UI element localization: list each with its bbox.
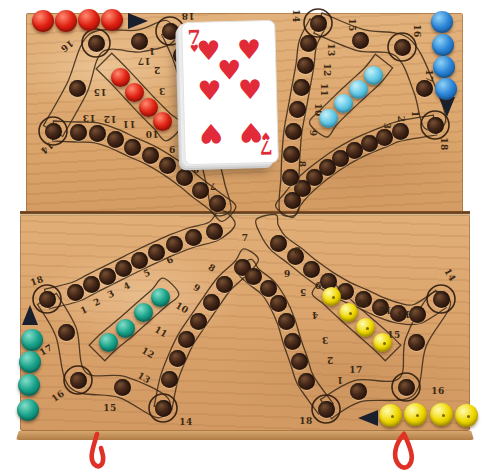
marble-red-start-3[interactable] — [78, 9, 100, 31]
peg-center-dot — [383, 342, 386, 345]
marble-blue-start-1[interactable] — [431, 11, 453, 33]
marble-red-finish-3[interactable] — [139, 98, 158, 117]
marble-red-start-4[interactable] — [101, 9, 123, 31]
marble-yellow-finish-1[interactable] — [322, 287, 341, 306]
heart-pip-icon: ♥ — [198, 118, 223, 150]
marble-green-finish-3[interactable] — [134, 303, 153, 322]
marble-green-start-3[interactable] — [18, 374, 40, 396]
heart-pip-icon: ♥ — [238, 73, 263, 105]
marble-green-start-2[interactable] — [19, 351, 41, 373]
marble-yellow-start-3[interactable] — [430, 403, 453, 426]
marble-yellow-start-1[interactable] — [379, 404, 402, 427]
tock-board-photo: 1817161514131211109871231415161718131211… — [0, 0, 500, 470]
marble-red-start-2[interactable] — [55, 10, 77, 32]
heart-pip-icon: ♥ — [239, 117, 264, 149]
marble-cyan-finish-1[interactable] — [364, 66, 383, 85]
marble-red-start-1[interactable] — [32, 10, 54, 32]
marble-green-finish-2[interactable] — [116, 319, 135, 338]
marble-cyan-finish-3[interactable] — [334, 94, 353, 113]
marble-blue-start-4[interactable] — [435, 78, 457, 100]
marble-green-start-1[interactable] — [21, 329, 43, 351]
marble-blue-start-2[interactable] — [432, 34, 454, 56]
marble-yellow-start-2[interactable] — [404, 403, 427, 426]
marble-green-start-4[interactable] — [17, 399, 39, 421]
card-pips: ♥♥♥♥♥♥♥ — [182, 21, 274, 23]
marble-blue-start-3[interactable] — [433, 56, 455, 78]
peg-center-dot — [467, 415, 470, 418]
marble-cyan-finish-2[interactable] — [349, 80, 368, 99]
marble-red-finish-2[interactable] — [125, 83, 144, 102]
card-pile-seven-of-hearts[interactable]: 7 ♥ 7 ♥ ♥♥♥♥♥♥♥ — [181, 20, 279, 165]
marble-yellow-start-4[interactable] — [455, 404, 478, 427]
marble-cyan-finish-4[interactable] — [319, 109, 338, 128]
marble-red-finish-1[interactable] — [111, 68, 130, 87]
marble-green-finish-1[interactable] — [99, 333, 118, 352]
marble-green-finish-4[interactable] — [151, 288, 170, 307]
peg-center-dot — [349, 312, 352, 315]
peg-center-dot — [391, 415, 394, 418]
peg-center-dot — [332, 296, 335, 299]
peg-center-dot — [366, 327, 369, 330]
peg-center-dot — [442, 414, 445, 417]
peg-center-dot — [416, 414, 419, 417]
marble-red-finish-4[interactable] — [153, 112, 172, 131]
marble-yellow-finish-4[interactable] — [373, 333, 392, 352]
marble-yellow-finish-2[interactable] — [339, 303, 358, 322]
heart-pip-icon: ♥ — [197, 74, 222, 106]
marble-yellow-finish-3[interactable] — [356, 318, 375, 337]
